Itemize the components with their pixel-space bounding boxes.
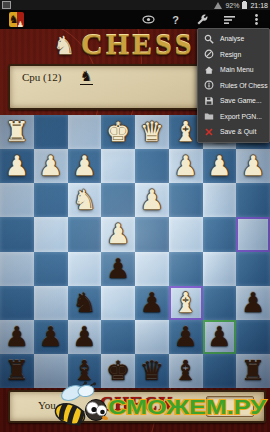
white-pawn-f2[interactable]: ♟ bbox=[68, 149, 102, 183]
square-f5[interactable] bbox=[68, 252, 102, 286]
square-d7[interactable] bbox=[135, 320, 169, 354]
square-d5[interactable] bbox=[135, 252, 169, 286]
menu-item-label: Export PGN... bbox=[220, 113, 262, 120]
wifi-icon bbox=[214, 2, 222, 9]
square-h3[interactable] bbox=[0, 183, 34, 217]
black-bishop-f8[interactable]: ♝ bbox=[68, 354, 102, 388]
chess-app-screen: 92% 21:18 ♞♟ ? ♞ CHESS ♞ bbox=[0, 0, 270, 432]
square-c4[interactable] bbox=[169, 217, 203, 251]
square-g6[interactable] bbox=[34, 286, 68, 320]
square-b3[interactable] bbox=[203, 183, 237, 217]
square-a5[interactable] bbox=[236, 252, 270, 286]
menu-item-resign[interactable]: Resign bbox=[198, 47, 269, 63]
square-c5[interactable] bbox=[169, 252, 203, 286]
menu-item-rules-of-chess[interactable]: Rules Of Chess bbox=[198, 78, 269, 94]
square-g3[interactable] bbox=[34, 183, 68, 217]
no-circle-icon bbox=[204, 49, 214, 59]
white-pawn-b2[interactable]: ♟ bbox=[203, 149, 237, 183]
move-indicator-box bbox=[206, 396, 254, 417]
app-icon: ♞♟ bbox=[9, 12, 24, 27]
square-e6[interactable] bbox=[101, 286, 135, 320]
flip-view-eye-icon[interactable] bbox=[142, 13, 155, 26]
menu-item-label: Main Menu bbox=[220, 66, 254, 73]
title-knight-left-icon: ♞ bbox=[53, 31, 75, 60]
home-icon bbox=[204, 65, 214, 75]
square-d4[interactable] bbox=[135, 217, 169, 251]
square-c3[interactable] bbox=[169, 183, 203, 217]
square-g1[interactable] bbox=[34, 115, 68, 149]
menu-item-analyse[interactable]: Analyse bbox=[198, 31, 269, 47]
white-knight-f3[interactable]: ♞ bbox=[68, 183, 102, 217]
white-pawn-h2[interactable]: ♟ bbox=[0, 149, 34, 183]
square-a7[interactable] bbox=[236, 320, 270, 354]
white-pawn-e4[interactable]: ♟ bbox=[101, 217, 135, 251]
black-knight-f6[interactable]: ♞ bbox=[68, 286, 102, 320]
black-rook-h8[interactable]: ♜ bbox=[0, 354, 34, 388]
square-a3[interactable] bbox=[236, 183, 270, 217]
battery-icon bbox=[242, 2, 247, 9]
black-pawn-f7[interactable]: ♟ bbox=[68, 320, 102, 354]
black-pawn-g7[interactable]: ♟ bbox=[34, 320, 68, 354]
folder-icon bbox=[204, 111, 214, 121]
black-pawn-d6[interactable]: ♟ bbox=[135, 286, 169, 320]
you-player-panel: You CHECK bbox=[8, 390, 266, 423]
menu-item-save-game[interactable]: Save Game... bbox=[198, 93, 269, 109]
clock: 21:18 bbox=[250, 2, 268, 9]
menu-item-main-menu[interactable]: Main Menu bbox=[198, 62, 269, 78]
square-b4[interactable] bbox=[203, 217, 237, 251]
white-queen-d1[interactable]: ♛ bbox=[135, 115, 169, 149]
black-pawn-e5[interactable]: ♟ bbox=[101, 252, 135, 286]
status-bar: 92% 21:18 bbox=[0, 0, 270, 10]
black-queen-d8[interactable]: ♛ bbox=[135, 354, 169, 388]
help-icon[interactable]: ? bbox=[169, 13, 182, 26]
info-icon bbox=[204, 80, 214, 90]
magnifier-icon bbox=[204, 34, 214, 44]
menu-item-label: Rules Of Chess bbox=[220, 82, 268, 89]
square-g4[interactable] bbox=[34, 217, 68, 251]
settings-wrench-icon[interactable] bbox=[196, 13, 209, 26]
square-g8[interactable] bbox=[34, 354, 68, 388]
square-b8[interactable] bbox=[203, 354, 237, 388]
white-pawn-d3[interactable]: ♟ bbox=[135, 183, 169, 217]
square-d2[interactable] bbox=[135, 149, 169, 183]
last-move-from-highlight bbox=[236, 217, 270, 251]
cpu-player-label: Cpu (12) bbox=[22, 71, 61, 83]
white-pawn-g2[interactable]: ♟ bbox=[34, 149, 68, 183]
white-king-e1[interactable]: ♚ bbox=[101, 115, 135, 149]
captured-black-knight-icon: ♞ bbox=[80, 68, 93, 85]
black-bishop-c8[interactable]: ♝ bbox=[169, 354, 203, 388]
square-h6[interactable] bbox=[0, 286, 34, 320]
menu-item-label: Resign bbox=[220, 51, 241, 58]
floppy-icon bbox=[204, 96, 214, 106]
menu-item-label: Analyse bbox=[220, 35, 244, 42]
square-b5[interactable] bbox=[203, 252, 237, 286]
overflow-menu-icon[interactable] bbox=[250, 13, 263, 26]
white-bishop-c6[interactable]: ♝ bbox=[169, 286, 203, 320]
white-rook-h1[interactable]: ♜ bbox=[0, 115, 34, 149]
black-king-e8[interactable]: ♚ bbox=[101, 354, 135, 388]
black-rook-a8[interactable]: ♜ bbox=[236, 354, 270, 388]
battery-percent: 92% bbox=[225, 2, 239, 9]
chess-board[interactable]: ♜♞♝♛♚♜♟♟♟♟♟♟♟♞♟♝♜♝♛♚♝♜♟♟♟♟♟♟♟♞♟ bbox=[0, 115, 270, 388]
square-g5[interactable] bbox=[34, 252, 68, 286]
action-bar: ♞♟ ? bbox=[0, 10, 270, 29]
square-b6[interactable] bbox=[203, 286, 237, 320]
page-title: CHESS bbox=[81, 27, 194, 61]
white-pawn-c2[interactable]: ♟ bbox=[169, 149, 203, 183]
black-pawn-c7[interactable]: ♟ bbox=[169, 320, 203, 354]
menu-item-export-pgn[interactable]: Export PGN... bbox=[198, 109, 269, 125]
overflow-dropdown-menu: AnalyseResignMain MenuRules Of ChessSave… bbox=[197, 28, 270, 143]
white-pawn-a2[interactable]: ♟ bbox=[236, 149, 270, 183]
menu-item-save-quit[interactable]: Save & Quit bbox=[198, 124, 269, 140]
move-list-icon[interactable] bbox=[223, 13, 236, 26]
black-pawn-a6[interactable]: ♟ bbox=[236, 286, 270, 320]
black-pawn-b7[interactable]: ♟ bbox=[203, 320, 237, 354]
square-f1[interactable] bbox=[68, 115, 102, 149]
square-e2[interactable] bbox=[101, 149, 135, 183]
square-e3[interactable] bbox=[101, 183, 135, 217]
square-e7[interactable] bbox=[101, 320, 135, 354]
menu-item-label: Save & Quit bbox=[220, 128, 256, 135]
menu-item-label: Save Game... bbox=[220, 97, 262, 104]
square-f4[interactable] bbox=[68, 217, 102, 251]
square-h5[interactable] bbox=[0, 252, 34, 286]
square-h4[interactable] bbox=[0, 217, 34, 251]
black-pawn-h7[interactable]: ♟ bbox=[0, 320, 34, 354]
close-x-icon bbox=[204, 127, 214, 137]
notification-icon bbox=[2, 1, 11, 9]
